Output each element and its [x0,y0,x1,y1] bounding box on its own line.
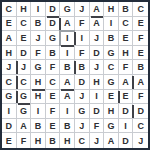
cell-r5c5[interactable]: B [60,60,75,75]
cell-r3c6[interactable]: I [75,31,90,46]
cell-r4c5[interactable]: I [60,46,75,61]
cell-r9c9[interactable]: I [119,119,134,134]
cell-r7c5[interactable]: A [60,90,75,105]
cell-r6c3[interactable]: H [31,75,46,90]
cell-r9c2[interactable]: A [17,119,32,134]
cell-r9c5[interactable]: B [60,119,75,134]
cell-r5c6[interactable]: B [75,60,90,75]
cell-r5c9[interactable]: F [119,60,134,75]
cell-r4c6[interactable]: F [75,46,90,61]
cell-r4c9[interactable]: H [119,46,134,61]
cell-r9c4[interactable]: E [46,119,61,134]
cell-r6c8[interactable]: G [104,75,119,90]
cell-r2c10[interactable]: E [133,17,148,32]
cell-r4c3[interactable]: F [31,46,46,61]
cell-r7c9[interactable]: E [119,90,134,105]
cell-r2c2[interactable]: C [17,17,32,32]
cell-r7c1[interactable]: G [2,90,17,105]
cell-r7c6[interactable]: J [75,90,90,105]
cell-r2c9[interactable]: C [119,17,134,32]
cell-r9c10[interactable]: C [133,119,148,134]
cell-r7c7[interactable]: I [90,90,105,105]
cell-r5c4[interactable]: F [46,60,61,75]
cell-r8c7[interactable]: D [90,104,105,119]
cell-r4c2[interactable]: D [17,46,32,61]
cell-r3c9[interactable]: E [119,31,134,46]
cell-r1c3[interactable]: I [31,2,46,17]
cell-r2c1[interactable]: E [2,17,17,32]
cell-r7c4[interactable]: E [46,90,61,105]
cell-r5c2[interactable]: J [17,60,32,75]
cell-r2c8[interactable]: I [104,17,119,32]
cell-r7c10[interactable]: F [133,90,148,105]
cell-r3c5[interactable]: I [60,31,75,46]
cell-r3c1[interactable]: A [2,31,17,46]
cell-r3c10[interactable]: F [133,31,148,46]
cell-r1c1[interactable]: C [2,2,17,17]
cell-r9c8[interactable]: G [104,119,119,134]
cell-r10c2[interactable]: F [17,133,32,148]
cell-r2c7[interactable]: A [90,17,105,32]
cell-r8c10[interactable]: D [133,104,148,119]
cell-r6c9[interactable]: A [119,75,134,90]
cell-r8c8[interactable]: H [104,104,119,119]
cell-r1c10[interactable]: C [133,2,148,17]
cell-r8c9[interactable]: D [119,104,134,119]
cell-r6c5[interactable]: A [60,75,75,90]
cell-r3c7[interactable]: J [90,31,105,46]
cell-r3c4[interactable]: G [46,31,61,46]
cell-r6c4[interactable]: C [46,75,61,90]
cell-r9c3[interactable]: B [31,119,46,134]
cell-r9c1[interactable]: D [2,119,17,134]
cell-r6c1[interactable]: C [2,75,17,90]
cell-r4c7[interactable]: D [90,46,105,61]
word-search-board: CHIDGJAHBCECBDAFAICEAEJGIIJBEFHDFBIFDGHE… [0,0,150,150]
cell-r2c3[interactable]: B [31,17,46,32]
cell-r7c3[interactable]: H [31,90,46,105]
cell-r7c8[interactable]: E [104,90,119,105]
cell-r6c6[interactable]: D [75,75,90,90]
cell-r10c1[interactable]: E [2,133,17,148]
cell-r1c5[interactable]: G [60,2,75,17]
cell-r10c6[interactable]: C [75,133,90,148]
cell-r1c9[interactable]: B [119,2,134,17]
cell-r4c1[interactable]: H [2,46,17,61]
cell-r8c6[interactable]: G [75,104,90,119]
cell-r3c8[interactable]: B [104,31,119,46]
cell-r1c8[interactable]: H [104,2,119,17]
cell-r5c3[interactable]: G [31,60,46,75]
cell-r8c3[interactable]: I [31,104,46,119]
cell-r8c1[interactable]: I [2,104,17,119]
cell-r9c7[interactable]: F [90,119,105,134]
cell-r1c7[interactable]: A [90,2,105,17]
cell-r9c6[interactable]: J [75,119,90,134]
cell-r6c7[interactable]: H [90,75,105,90]
cell-r2c5[interactable]: A [60,17,75,32]
cell-r10c5[interactable]: H [60,133,75,148]
cell-r3c2[interactable]: E [17,31,32,46]
cell-r6c2[interactable]: C [17,75,32,90]
cell-r5c7[interactable]: J [90,60,105,75]
cell-r10c9[interactable]: D [119,133,134,148]
cell-r10c7[interactable]: J [90,133,105,148]
cell-r4c10[interactable]: E [133,46,148,61]
cell-r10c4[interactable]: B [46,133,61,148]
cell-r2c4[interactable]: D [46,17,61,32]
cell-r1c2[interactable]: H [17,2,32,17]
cell-r5c8[interactable]: C [104,60,119,75]
cell-r5c1[interactable]: J [2,60,17,75]
cell-r8c4[interactable]: F [46,104,61,119]
letter-grid: CHIDGJAHBCECBDAFAICEAEJGIIJBEFHDFBIFDGHE… [2,2,148,148]
cell-r8c5[interactable]: I [60,104,75,119]
cell-r2c6[interactable]: F [75,17,90,32]
cell-r1c4[interactable]: D [46,2,61,17]
cell-r10c8[interactable]: A [104,133,119,148]
cell-r4c8[interactable]: G [104,46,119,61]
cell-r6c10[interactable]: A [133,75,148,90]
cell-r10c3[interactable]: H [31,133,46,148]
cell-r5c10[interactable]: B [133,60,148,75]
cell-r8c2[interactable]: G [17,104,32,119]
cell-r4c4[interactable]: B [46,46,61,61]
cell-r10c10[interactable]: J [133,133,148,148]
cell-r3c3[interactable]: J [31,31,46,46]
cell-r1c6[interactable]: J [75,2,90,17]
cell-r7c2[interactable]: G [17,90,32,105]
